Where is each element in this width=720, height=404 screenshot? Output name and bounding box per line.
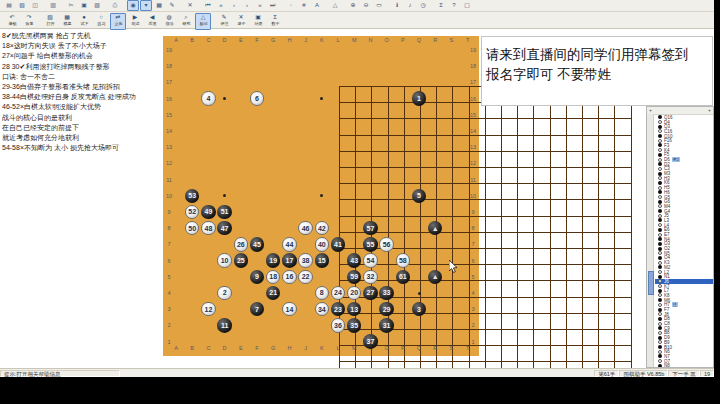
- coord-number-right: 3: [471, 306, 474, 312]
- tool-button-label: 研究: [182, 21, 190, 26]
- tool-button-icon: ●: [82, 14, 86, 21]
- tool-button-icon: ⌕: [184, 14, 187, 21]
- coord-number-right: 18: [470, 63, 476, 69]
- scrollbar-thumb[interactable]: [648, 271, 654, 295]
- collapse-icon[interactable]: +: [649, 107, 652, 114]
- tool-button-label: 打开: [46, 21, 54, 26]
- white-stone-38: 38: [298, 253, 313, 268]
- board-grid: [339, 86, 632, 377]
- coord-number-left: 13: [166, 144, 172, 150]
- tool-button-label: 试下: [80, 21, 88, 26]
- white-stone-26: 26: [234, 237, 249, 252]
- white-stone-22: 22: [298, 270, 313, 285]
- note-line: 27×问题手 给白棋整形的机会: [2, 51, 160, 61]
- note-line: 就近考虑如何充分地获利: [2, 133, 160, 143]
- coord-letter-top: J: [304, 37, 307, 43]
- tool-button-label: 撤销: [8, 21, 16, 26]
- coord-letter-bottom: A: [174, 345, 178, 351]
- sound-icon[interactable]: ♪: [404, 0, 416, 11]
- cut-icon[interactable]: ✂: [65, 0, 77, 11]
- coord-number-right: 2: [471, 322, 474, 328]
- coord-letter-top: M: [352, 37, 357, 43]
- move-tree-panel: + + Q16D4Q3C16Q10F16F3K4F5D6变2D2C3M3H3K6…: [646, 106, 714, 368]
- tool-button-label: 标记: [199, 21, 207, 26]
- exit-icon[interactable]: ▢: [461, 0, 473, 11]
- coord-number-left: 10: [166, 193, 172, 199]
- letter-icon[interactable]: A: [311, 0, 323, 11]
- black-stone-41: 41: [331, 237, 346, 252]
- coord-number-left: 15: [166, 112, 172, 118]
- white-move-icon: [658, 214, 662, 218]
- zoom-in-icon[interactable]: ⊕: [347, 0, 359, 11]
- coord-letter-top: K: [320, 37, 324, 43]
- go-app-window: ▤▧◫▥✂▣▨⎙◉▾▦✎✕⏮«‹›»⏭◦#A△⊕⊖▭ℹ♪◷Σ?▢ ↶撤销↷恢复▧…: [0, 0, 714, 377]
- new-file-icon[interactable]: ▤: [3, 0, 15, 11]
- tool-button-icon: ⇄: [115, 14, 120, 21]
- white-stone-2: 2: [217, 286, 232, 301]
- black-stone-49: 49: [201, 205, 216, 220]
- pass-icon[interactable]: ◦: [285, 0, 297, 11]
- setup-icon[interactable]: ◉: [127, 0, 139, 11]
- coord-letter-bottom: S: [450, 345, 454, 351]
- tool-button-icon: ◍: [166, 14, 171, 21]
- status-bar: 提示:打开相关帮助信息 第61手 围棋助手 V6.85b 下一手 黑 19: [0, 368, 714, 377]
- black-move-icon: [658, 364, 662, 367]
- board-icon[interactable]: ▦: [153, 0, 165, 11]
- coord-number-left: 6: [167, 258, 170, 264]
- black-move-icon: [658, 308, 662, 312]
- black-move-icon: [658, 172, 662, 176]
- coord-letter-bottom: F: [255, 345, 258, 351]
- coord-number-left: 8: [167, 225, 170, 231]
- coord-number-left: 17: [166, 79, 172, 85]
- move-list: Q16D4Q3C16Q10F16F3K4F5D6变2D2C3M3H3K6H5H6…: [655, 115, 713, 367]
- coord-letter-top: B: [190, 37, 194, 43]
- delete-icon[interactable]: ✕: [184, 0, 196, 11]
- black-stone-35: 35: [347, 318, 362, 333]
- black-stone-15: 15: [315, 253, 330, 268]
- white-stone-54: 54: [363, 253, 378, 268]
- black-move-icon: [658, 200, 662, 204]
- tool-button-label: 恢复: [25, 21, 33, 26]
- black-move-icon: [658, 336, 662, 340]
- white-stone-14: 14: [282, 302, 297, 317]
- tool-button-10[interactable]: ◍做活: [161, 13, 177, 30]
- tool-button-label: 提子: [237, 21, 245, 26]
- tool-button-5[interactable]: ●试下: [76, 13, 92, 30]
- coord-letter-top: G: [271, 37, 275, 43]
- white-stone-48: 48: [201, 221, 216, 236]
- tool-button-3[interactable]: ▧打开: [42, 13, 58, 30]
- tool-button-icon: ▦: [64, 14, 70, 21]
- note-line: 战斗的核心目的是获利: [2, 113, 160, 123]
- tool-button-6[interactable]: ○练习: [93, 13, 109, 30]
- edit-icon[interactable]: ✎: [166, 0, 178, 11]
- print-icon[interactable]: ⎙: [109, 0, 121, 11]
- black-stone-57: 57: [363, 221, 378, 236]
- tool-button-1[interactable]: ↶撤销: [4, 13, 20, 30]
- coord-number-right: 6: [471, 258, 474, 264]
- black-stone-1: 1: [412, 91, 427, 106]
- tool-button-label: 前进: [131, 21, 139, 26]
- help-icon[interactable]: ?: [448, 0, 460, 11]
- coord-number-left: 16: [166, 96, 172, 102]
- black-stone-61: 61: [396, 270, 411, 285]
- coord-number-left: 11: [166, 177, 172, 183]
- coord-number-right: 14: [470, 128, 476, 134]
- black-stone-33: 33: [379, 286, 394, 301]
- tools-toolbar: ↶撤销↷恢复▧打开▦棋盘●试下○练习⇄交换▶前进◀后退◍做活⌕研究△标记✎评注✕…: [0, 12, 714, 29]
- black-move-icon: [658, 153, 662, 157]
- white-move-icon: [658, 167, 662, 171]
- white-move-icon: [658, 322, 662, 326]
- white-stone-16: 16: [282, 270, 297, 285]
- black-move-icon: [658, 275, 662, 279]
- tool-button-15[interactable]: ▣结束: [250, 13, 266, 30]
- white-move-icon: [658, 158, 662, 162]
- fit-icon[interactable]: ▭: [373, 0, 385, 11]
- black-move-icon: [658, 256, 662, 260]
- white-move-icon: [658, 186, 662, 190]
- coord-letter-top: N: [368, 37, 372, 43]
- white-move-icon: [658, 350, 662, 354]
- back-icon[interactable]: ‹: [228, 0, 240, 11]
- coord-letter-top: C: [206, 37, 210, 43]
- coord-number-right: 1: [471, 339, 474, 345]
- white-stone-4: 4: [201, 91, 216, 106]
- comment-line: 请来到直播间的同学们用弹幕签到: [486, 45, 710, 65]
- coord-letter-top: E: [239, 37, 243, 43]
- white-move-icon: [658, 120, 662, 124]
- white-stone-56: 56: [379, 237, 394, 252]
- clock-icon[interactable]: ◷: [417, 0, 429, 11]
- dropdown-icon[interactable]: ▾: [140, 0, 152, 11]
- coord-number-right: 11: [470, 177, 476, 183]
- coord-number-right: 19: [470, 47, 476, 53]
- tool-button-4[interactable]: ▦棋盘: [59, 13, 75, 30]
- coord-number-left: 12: [166, 160, 172, 166]
- black-move-icon: [658, 242, 662, 246]
- coord-letter-bottom: M: [352, 345, 357, 351]
- coord-letter-top: Q: [417, 37, 421, 43]
- black-stone-31: 31: [379, 318, 394, 333]
- tool-button-12[interactable]: △标记: [195, 13, 211, 30]
- coord-letter-top: T: [466, 37, 469, 43]
- black-stone-27: 27: [363, 286, 378, 301]
- coord-letter-bottom: K: [320, 345, 324, 351]
- tool-button-label: 练习: [97, 21, 105, 26]
- forward-10-icon[interactable]: »: [254, 0, 266, 11]
- coord-number-right: 7: [471, 241, 474, 247]
- number-icon[interactable]: #: [298, 0, 310, 11]
- coord-number-left: 3: [167, 306, 170, 312]
- save-all-icon[interactable]: ▥: [47, 0, 59, 11]
- tool-button-label: 后退: [148, 21, 156, 26]
- mouse-cursor-icon: [449, 260, 458, 273]
- tool-button-icon: △: [201, 14, 206, 21]
- tool-button-icon: ◀: [150, 14, 155, 21]
- coord-number-right: 13: [470, 144, 476, 150]
- save-icon[interactable]: ◫: [29, 0, 41, 11]
- coord-letter-bottom: R: [433, 345, 437, 351]
- tool-button-icon: ○: [99, 14, 103, 21]
- coord-letter-top: P: [401, 37, 405, 43]
- status-board-size: 19: [700, 370, 714, 377]
- white-stone-32: 32: [363, 270, 378, 285]
- coord-number-right: 5: [471, 274, 474, 280]
- coord-letter-bottom: E: [239, 345, 243, 351]
- coord-letter-bottom: J: [304, 345, 307, 351]
- tool-button-13[interactable]: ✎评注: [216, 13, 232, 30]
- coord-letter-bottom: O: [384, 345, 388, 351]
- note-line: 54-58×不知断为 太小 损先抢大场即可: [2, 143, 160, 153]
- coord-letter-bottom: C: [206, 345, 210, 351]
- status-move-count: 第61手: [594, 370, 619, 377]
- black-move-icon: [658, 228, 662, 232]
- forward-icon[interactable]: ›: [241, 0, 253, 11]
- coord-number-left: 7: [167, 241, 170, 247]
- note-line: 18×这时方向失误 丢了不小大场子: [2, 41, 160, 51]
- white-stone-6: 6: [250, 91, 265, 106]
- black-move-icon: [658, 181, 662, 185]
- white-stone-36: 36: [331, 318, 346, 333]
- tool-button-label: 交换: [114, 21, 122, 26]
- letterbox-bottom: [0, 377, 720, 404]
- coord-number-left: 1: [167, 339, 170, 345]
- open-file-icon[interactable]: ▧: [16, 0, 28, 11]
- coord-number-left: 18: [166, 63, 172, 69]
- status-app-version: 围棋助手 V6.85b: [619, 370, 668, 377]
- coord-number-right: 10: [470, 193, 476, 199]
- move-panel-header: + +: [647, 107, 713, 115]
- white-move-icon: [658, 139, 662, 143]
- black-stone-51: 51: [217, 205, 232, 220]
- note-line: 38-44白棋处理好自身 反攻无断点 处理成功: [2, 92, 160, 102]
- tool-button-icon: ↷: [26, 14, 31, 21]
- tool-button-7[interactable]: ⇄交换: [110, 13, 126, 30]
- black-stone-37: 37: [363, 334, 378, 349]
- coord-letter-bottom: P: [401, 345, 405, 351]
- tool-button-2[interactable]: ↷恢复: [21, 13, 37, 30]
- coord-letter-bottom: G: [271, 345, 275, 351]
- note-line: 28 30✔利用滚打吃掉两颗残子整形: [2, 62, 160, 72]
- black-stone-45: 45: [250, 237, 265, 252]
- coord-letter-bottom: Q: [417, 345, 421, 351]
- white-stone-58: 58: [396, 253, 411, 268]
- move-panel-scrollbar[interactable]: [647, 114, 654, 367]
- coord-letter-top: R: [433, 37, 437, 43]
- coord-number-right: 15: [470, 112, 476, 118]
- black-move-icon: [658, 289, 662, 293]
- move-coord: N8: [664, 363, 670, 367]
- coord-letter-bottom: B: [190, 345, 194, 351]
- coord-letter-bottom: L: [336, 345, 339, 351]
- coord-number-left: 9: [167, 209, 170, 215]
- white-move-icon: [658, 261, 662, 265]
- black-move-icon: [658, 247, 662, 251]
- tool-button-11[interactable]: ⌕研究: [178, 13, 194, 30]
- expand-icon[interactable]: +: [708, 107, 711, 114]
- mark-icon[interactable]: △: [329, 0, 341, 11]
- coord-number-right: 12: [470, 160, 476, 166]
- coord-number-right: 4: [471, 290, 474, 296]
- white-stone-10: 10: [217, 253, 232, 268]
- white-move-icon: [658, 195, 662, 199]
- tool-button-8[interactable]: ▶前进: [127, 13, 143, 30]
- move-tag: 变2: [672, 157, 680, 162]
- back-10-icon[interactable]: «: [215, 0, 227, 11]
- black-stone-11: 11: [217, 318, 232, 333]
- letterbox-right: [714, 0, 720, 377]
- white-move-icon: [658, 331, 662, 335]
- info-icon[interactable]: ℹ: [391, 0, 403, 11]
- tool-button-14[interactable]: ✕提子: [233, 13, 249, 30]
- coord-letter-top: A: [174, 37, 178, 43]
- black-stone-55: 55: [363, 237, 378, 252]
- star-point: [418, 292, 421, 295]
- tool-button-label: 做活: [165, 21, 173, 26]
- status-hint: 提示:打开相关帮助信息: [0, 370, 120, 377]
- tool-button-icon: ▶: [133, 14, 138, 21]
- coord-letter-top: H: [287, 37, 291, 43]
- note-line: 在自己已经安定的前提下: [2, 123, 160, 133]
- coord-number-right: 9: [471, 209, 474, 215]
- tool-button-icon: Σ: [273, 14, 277, 21]
- white-move-icon: [658, 270, 662, 274]
- coord-letter-top: O: [384, 37, 388, 43]
- coord-letter-bottom: T: [466, 345, 469, 351]
- zoom-out-icon[interactable]: ⊖: [360, 0, 372, 11]
- note-line: 46-52×白棋太软弱没能扩大优势: [2, 102, 160, 112]
- tool-button-label: 数子: [271, 21, 279, 26]
- coord-number-right: 17: [470, 79, 476, 85]
- coord-letter-top: D: [223, 37, 227, 43]
- coord-number-left: 4: [167, 290, 170, 296]
- move-tag: 注: [672, 302, 678, 307]
- note-line: 口诀: 舍一不舍二: [2, 72, 160, 82]
- tool-button-label: 结束: [254, 21, 262, 26]
- white-stone-12: 12: [201, 302, 216, 317]
- last-move-icon[interactable]: ⏭: [267, 0, 279, 11]
- black-move-icon: [658, 345, 662, 349]
- tool-button-9[interactable]: ◀后退: [144, 13, 160, 30]
- move-row-57[interactable]: N8: [655, 363, 713, 367]
- tool-button-icon: ✎: [221, 14, 226, 21]
- note-line: 29-36白借弃子整形看准头绪 见招拆招: [2, 82, 160, 92]
- paste-icon[interactable]: ▨: [91, 0, 103, 11]
- black-move-icon: [658, 125, 662, 129]
- coord-letter-top: S: [450, 37, 454, 43]
- coord-number-right: 16: [470, 96, 476, 102]
- coord-number-left: 14: [166, 128, 172, 134]
- white-move-icon: [658, 233, 662, 237]
- tool-button-icon: ↶: [9, 14, 14, 21]
- coord-letter-bottom: H: [287, 345, 291, 351]
- tool-button-icon: ▣: [255, 14, 261, 21]
- coord-number-left: 2: [167, 322, 170, 328]
- comment-pane: 请来到直播间的同学们用弹幕签到 报名字即可 不要带姓: [481, 36, 713, 106]
- coord-number-left: 19: [166, 47, 172, 53]
- tool-button-16[interactable]: Σ数子: [267, 13, 283, 30]
- status-next-color: 下一手 黑: [668, 370, 700, 377]
- coord-letter-top: L: [336, 37, 339, 43]
- tool-button-icon: ✕: [238, 14, 243, 21]
- tool-button-label: 评注: [220, 21, 228, 26]
- white-move-icon: [658, 303, 662, 307]
- coord-letter-top: F: [255, 37, 258, 43]
- white-stone-44: 44: [282, 237, 297, 252]
- count-icon[interactable]: Σ: [435, 0, 447, 11]
- lecture-notes: 8✔脱先黑棋两翼 抢占了先机18×这时方向失误 丢了不小大场子27×问题手 给白…: [2, 31, 160, 153]
- main-toolbar: ▤▧◫▥✂▣▨⎙◉▾▦✎✕⏮«‹›»⏭◦#A△⊕⊖▭ℹ♪◷Σ?▢: [0, 0, 714, 12]
- comment-line: 报名字即可 不要带姓: [486, 65, 710, 85]
- coord-number-left: 5: [167, 274, 170, 280]
- tool-button-label: 棋盘: [63, 21, 71, 26]
- tool-button-icon: ▧: [47, 14, 53, 21]
- black-stone-17: 17: [282, 253, 297, 268]
- note-line: 8✔脱先黑棋两翼 抢占了先机: [2, 31, 160, 41]
- first-move-icon[interactable]: ⏮: [202, 0, 214, 11]
- copy-icon[interactable]: ▣: [78, 0, 90, 11]
- black-move-icon: [658, 317, 662, 321]
- white-stone-40: 40: [315, 237, 330, 252]
- black-stone-25: 25: [234, 253, 249, 268]
- coord-number-right: 8: [471, 225, 474, 231]
- coord-letter-bottom: D: [223, 345, 227, 351]
